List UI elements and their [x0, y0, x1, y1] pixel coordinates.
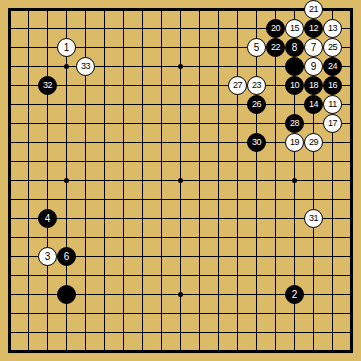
move-number-label: 5 — [254, 43, 260, 53]
stone-black-10[interactable]: 10 — [285, 76, 304, 95]
move-number-label: 23 — [252, 81, 261, 90]
move-number-label: 19 — [290, 138, 299, 147]
move-number-label: 32 — [43, 81, 52, 90]
grid-line-horizontal-18 — [8, 350, 353, 353]
move-number-label: 16 — [328, 81, 337, 90]
move-number-label: 24 — [328, 62, 337, 71]
stone-white-3[interactable]: 3 — [38, 247, 57, 266]
move-number-label: 26 — [252, 100, 261, 109]
grid-line-horizontal-14 — [8, 275, 353, 276]
stone-black-handicap[interactable] — [285, 57, 304, 76]
move-number-label: 7 — [311, 43, 317, 53]
move-number-label: 18 — [309, 81, 318, 90]
stone-white-7[interactable]: 7 — [304, 38, 323, 57]
stone-white-15[interactable]: 15 — [285, 19, 304, 38]
stone-black-18[interactable]: 18 — [304, 76, 323, 95]
stone-black-24[interactable]: 24 — [323, 57, 342, 76]
stone-white-31[interactable]: 31 — [304, 209, 323, 228]
move-number-label: 1 — [64, 43, 70, 53]
star-point — [178, 178, 183, 183]
stone-black-2[interactable]: 2 — [285, 285, 304, 304]
stone-white-1[interactable]: 1 — [57, 38, 76, 57]
grid-line-horizontal-16 — [8, 313, 353, 314]
stone-white-25[interactable]: 25 — [323, 38, 342, 57]
move-number-label: 4 — [45, 214, 51, 224]
stone-black-8[interactable]: 8 — [285, 38, 304, 57]
move-number-label: 8 — [292, 43, 298, 53]
move-number-label: 3 — [45, 252, 51, 262]
stone-black-12[interactable]: 12 — [304, 19, 323, 38]
stone-black-30[interactable]: 30 — [247, 133, 266, 152]
grid-line-vertical-12 — [237, 8, 238, 353]
move-number-label: 31 — [309, 214, 318, 223]
stone-white-5[interactable]: 5 — [247, 38, 266, 57]
star-point — [64, 64, 69, 69]
go-board[interactable]: 1234567891011121314151617181920212223242… — [0, 0, 361, 361]
move-number-label: 6 — [64, 252, 70, 262]
stone-white-11[interactable]: 11 — [323, 95, 342, 114]
stone-black-20[interactable]: 20 — [266, 19, 285, 38]
stone-black-handicap[interactable] — [57, 285, 76, 304]
grid-line-horizontal-17 — [8, 332, 353, 333]
stone-white-19[interactable]: 19 — [285, 133, 304, 152]
grid-line-horizontal-11 — [8, 218, 353, 219]
stone-white-27[interactable]: 27 — [228, 76, 247, 95]
move-number-label: 9 — [311, 62, 317, 72]
move-number-label: 27 — [233, 81, 242, 90]
stone-white-13[interactable]: 13 — [323, 19, 342, 38]
move-number-label: 25 — [328, 43, 337, 52]
move-number-label: 28 — [290, 119, 299, 128]
stone-black-16[interactable]: 16 — [323, 76, 342, 95]
grid-line-vertical-11 — [218, 8, 219, 353]
stone-white-23[interactable]: 23 — [247, 76, 266, 95]
grid-line-vertical-18 — [350, 8, 353, 353]
move-number-label: 13 — [328, 24, 337, 33]
grid-line-horizontal-12 — [8, 237, 353, 238]
stone-black-22[interactable]: 22 — [266, 38, 285, 57]
star-point — [292, 178, 297, 183]
grid-line-vertical-13 — [256, 8, 257, 353]
stone-black-32[interactable]: 32 — [38, 76, 57, 95]
move-number-label: 11 — [328, 100, 336, 109]
stone-black-26[interactable]: 26 — [247, 95, 266, 114]
stone-black-28[interactable]: 28 — [285, 114, 304, 133]
move-number-label: 14 — [309, 100, 318, 109]
move-number-label: 20 — [271, 24, 280, 33]
stone-white-21[interactable]: 21 — [304, 0, 323, 19]
move-number-label: 12 — [309, 24, 318, 33]
move-number-label: 21 — [309, 5, 318, 14]
move-number-label: 2 — [292, 290, 298, 300]
stone-white-29[interactable]: 29 — [304, 133, 323, 152]
grid-line-vertical-14 — [275, 8, 276, 353]
move-number-label: 15 — [290, 24, 299, 33]
move-number-label: 33 — [81, 62, 90, 71]
move-number-label: 17 — [328, 119, 337, 128]
move-number-label: 30 — [252, 138, 261, 147]
move-number-label: 22 — [271, 43, 280, 52]
stone-white-33[interactable]: 33 — [76, 57, 95, 76]
move-number-label: 10 — [290, 81, 299, 90]
stone-white-9[interactable]: 9 — [304, 57, 323, 76]
star-point — [64, 178, 69, 183]
stone-black-14[interactable]: 14 — [304, 95, 323, 114]
move-number-label: 29 — [309, 138, 318, 147]
stone-black-4[interactable]: 4 — [38, 209, 57, 228]
grid-line-vertical-10 — [199, 8, 200, 353]
star-point — [178, 64, 183, 69]
stone-black-6[interactable]: 6 — [57, 247, 76, 266]
stone-white-17[interactable]: 17 — [323, 114, 342, 133]
grid-line-horizontal-10 — [8, 199, 353, 200]
star-point — [178, 292, 183, 297]
